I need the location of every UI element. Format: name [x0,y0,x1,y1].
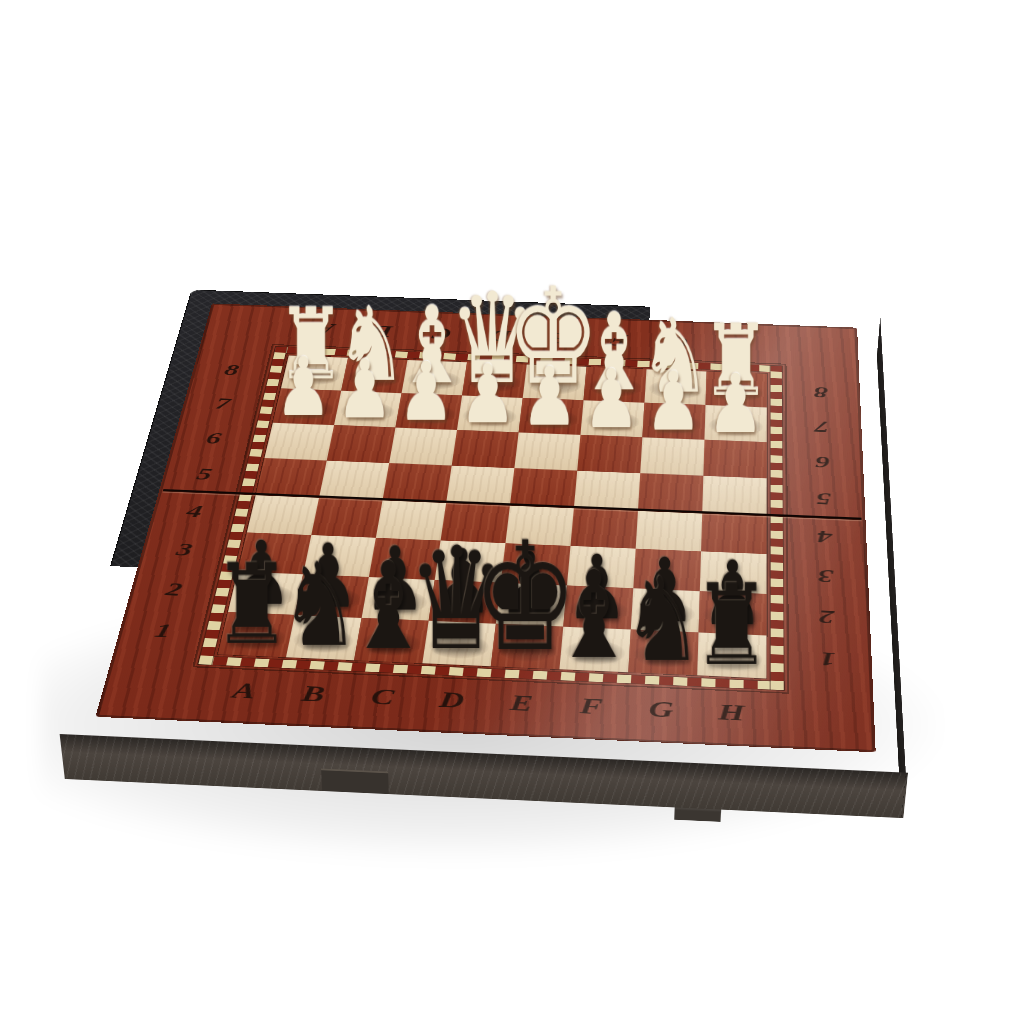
square-d6 [452,430,519,468]
square-h1: ♜ [697,632,766,678]
square-e6 [514,432,580,470]
latch-notch [321,769,389,794]
square-g6 [640,437,704,475]
square-g7: ♟ [642,403,705,440]
white-pawn-e7: ♟ [521,356,578,437]
file-label-bottom-e: E [483,674,559,733]
rank-label-left-1: 1 [114,608,211,654]
white-pawn-a7: ♟ [275,347,332,428]
rank-label-left-7: 7 [179,385,266,422]
file-label-bottom-f: F [554,677,628,736]
rank-label-left-2: 2 [126,567,221,611]
square-f6 [577,435,642,473]
square-b6 [327,425,396,463]
black-rook-h1: ♜ [693,569,771,681]
square-f5 [574,471,640,511]
square-g5 [638,473,703,513]
square-c7: ♟ [395,393,462,430]
square-a5 [256,458,327,497]
chess-set-photo: 87654321 87654321 ABCDEFGH ABCDEFGH ♜♞♝♛… [0,0,1024,1024]
rank-label-right-2: 2 [783,595,871,640]
square-d7: ♟ [457,396,523,433]
rank-label-left-8: 8 [189,352,274,388]
rank-label-right-3: 3 [783,555,869,599]
square-f7: ♟ [580,400,644,437]
black-knight-g1: ♞ [622,562,703,678]
square-c6 [389,428,457,466]
frame-stripe-right [771,366,784,690]
board-wood-face: 87654321 87654321 ABCDEFGH ABCDEFGH ♜♞♝♛… [95,303,875,752]
square-d5 [446,466,514,505]
white-pawn-f7: ♟ [583,358,640,439]
rank-label-left-5: 5 [159,454,249,494]
decorative-frame: ♜♞♝♛♚♝♞♜♟♟♟♟♟♟♟♟♟♟♟♟♟♟♟♟♜♞♝♛♚♝♞♜ [198,347,783,690]
square-h7: ♟ [704,405,766,442]
squares-grid: ♜♞♝♛♚♝♞♜♟♟♟♟♟♟♟♟♟♟♟♟♟♟♟♟♜♞♝♛♚♝♞♜ [218,355,767,678]
file-label-bottom-g: G [624,680,697,739]
white-pawn-b7: ♟ [336,349,393,430]
rank-label-left-4: 4 [149,491,240,532]
white-pawn-c7: ♟ [398,351,455,432]
white-pawn-d7: ♟ [459,354,516,435]
square-e7: ♟ [519,398,584,435]
square-f1: ♝ [559,627,630,673]
white-pawn-g7: ♟ [645,361,702,442]
file-label-bottom-b: B [273,665,353,724]
file-label-bottom-c: C [343,668,421,727]
file-label-bottom-a: A [203,662,284,720]
square-h6 [703,440,766,478]
square-h5 [702,476,766,516]
file-label-bottom-h: H [695,684,766,743]
square-g1: ♞ [628,630,698,676]
square-e5 [510,468,577,508]
rank-labels-right: 87654321 [782,374,873,683]
white-pawn-h7: ♟ [707,363,764,445]
rank-label-left-6: 6 [169,419,257,457]
rank-label-right-6: 6 [782,443,864,482]
folding-chess-board: 87654321 87654321 ABCDEFGH ABCDEFGH ♜♞♝♛… [62,290,906,773]
rank-label-right-4: 4 [783,516,867,558]
board-plastic-rim: 87654321 87654321 ABCDEFGH ABCDEFGH ♜♞♝♛… [62,290,906,773]
square-a7: ♟ [273,389,341,426]
square-c5 [383,463,452,502]
rank-label-right-7: 7 [782,408,862,446]
rank-label-right-5: 5 [783,479,866,520]
square-b5 [319,461,389,500]
square-a6 [264,423,334,461]
square-b7: ♟ [334,391,401,428]
scene: 87654321 87654321 ABCDEFGH ABCDEFGH ♜♞♝♛… [0,0,1024,1024]
hinge-tab [674,807,721,822]
file-label-bottom-d: D [413,671,490,730]
rank-label-right-1: 1 [783,636,872,683]
rank-label-right-8: 8 [782,374,861,411]
